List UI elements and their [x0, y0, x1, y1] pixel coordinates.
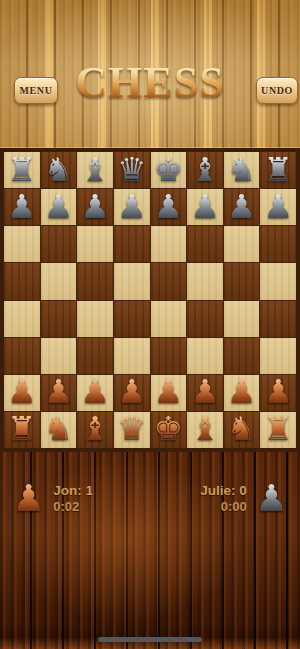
- square-h2[interactable]: ♟: [260, 375, 296, 411]
- square-d3[interactable]: [114, 338, 150, 374]
- piece-silver-pawn-e7: ♟: [154, 190, 184, 223]
- square-b1[interactable]: ♞: [41, 412, 77, 448]
- footer-wood-panel: ♟ Jon: 1 0:02 ♟ Julie: 0 0:00: [0, 452, 300, 649]
- square-d7[interactable]: ♟: [114, 189, 150, 225]
- square-b3[interactable]: [41, 338, 77, 374]
- piece-silver-pawn-g7: ♟: [227, 190, 257, 223]
- menu-button[interactable]: MENU: [14, 77, 58, 104]
- square-h4[interactable]: [260, 301, 296, 337]
- piece-copper-pawn-e2: ♟: [154, 375, 184, 408]
- square-d6[interactable]: [114, 226, 150, 262]
- square-d1[interactable]: ♛: [114, 412, 150, 448]
- piece-copper-pawn-b2: ♟: [44, 375, 74, 408]
- square-e4[interactable]: [151, 301, 187, 337]
- piece-silver-pawn-d7: ♟: [117, 190, 147, 223]
- silver-pawn-icon: ♟: [255, 480, 288, 517]
- square-b8[interactable]: ♞: [41, 152, 77, 188]
- square-a1[interactable]: ♜: [4, 412, 40, 448]
- chess-board-frame: ♜♞♝♛♚♝♞♜♟♟♟♟♟♟♟♟♟♟♟♟♟♟♟♟♜♞♝♛♚♝♞♜: [0, 148, 300, 452]
- square-g6[interactable]: [224, 226, 260, 262]
- square-c1[interactable]: ♝: [77, 412, 113, 448]
- square-b4[interactable]: [41, 301, 77, 337]
- piece-copper-bishop-f1: ♝: [190, 412, 220, 445]
- square-g5[interactable]: [224, 263, 260, 299]
- square-e2[interactable]: ♟: [151, 375, 187, 411]
- square-d4[interactable]: [114, 301, 150, 337]
- square-f2[interactable]: ♟: [187, 375, 223, 411]
- square-h5[interactable]: [260, 263, 296, 299]
- piece-copper-pawn-h2: ♟: [263, 375, 293, 408]
- piece-copper-bishop-c1: ♝: [80, 412, 110, 445]
- player-right-clock: 0:00: [221, 499, 247, 515]
- square-h8[interactable]: ♜: [260, 152, 296, 188]
- square-b7[interactable]: ♟: [41, 189, 77, 225]
- piece-copper-knight-b1: ♞: [44, 412, 74, 445]
- square-h3[interactable]: [260, 338, 296, 374]
- square-e7[interactable]: ♟: [151, 189, 187, 225]
- piece-silver-knight-g8: ♞: [227, 153, 257, 186]
- chess-board: ♜♞♝♛♚♝♞♜♟♟♟♟♟♟♟♟♟♟♟♟♟♟♟♟♜♞♝♛♚♝♞♜: [4, 152, 296, 448]
- square-c7[interactable]: ♟: [77, 189, 113, 225]
- piece-silver-knight-b8: ♞: [44, 153, 74, 186]
- square-g2[interactable]: ♟: [224, 375, 260, 411]
- player-left-clock: 0:02: [53, 499, 93, 515]
- piece-silver-pawn-c7: ♟: [80, 190, 110, 223]
- square-g3[interactable]: [224, 338, 260, 374]
- piece-silver-king-e8: ♚: [154, 153, 184, 186]
- square-c4[interactable]: [77, 301, 113, 337]
- piece-silver-pawn-a7: ♟: [7, 190, 37, 223]
- player-left-texts: Jon: 1 0:02: [53, 483, 93, 515]
- square-g1[interactable]: ♞: [224, 412, 260, 448]
- square-f5[interactable]: [187, 263, 223, 299]
- square-c8[interactable]: ♝: [77, 152, 113, 188]
- piece-copper-knight-g1: ♞: [227, 412, 257, 445]
- piece-copper-queen-d1: ♛: [117, 412, 147, 445]
- home-indicator[interactable]: [98, 637, 202, 642]
- square-c2[interactable]: ♟: [77, 375, 113, 411]
- square-d2[interactable]: ♟: [114, 375, 150, 411]
- square-f8[interactable]: ♝: [187, 152, 223, 188]
- square-h1[interactable]: ♜: [260, 412, 296, 448]
- square-a8[interactable]: ♜: [4, 152, 40, 188]
- player-right-info: ♟ Julie: 0 0:00: [192, 480, 288, 517]
- piece-copper-pawn-a2: ♟: [7, 375, 37, 408]
- header-wood-panel: CHESS MENU UNDO: [0, 0, 300, 148]
- piece-silver-pawn-f7: ♟: [190, 190, 220, 223]
- player-right-texts: Julie: 0 0:00: [200, 483, 247, 515]
- player-right-name-score: Julie: 0: [200, 483, 247, 499]
- piece-copper-pawn-g2: ♟: [227, 375, 257, 408]
- piece-copper-rook-h1: ♜: [263, 412, 293, 445]
- piece-copper-king-e1: ♚: [154, 412, 184, 445]
- square-e3[interactable]: [151, 338, 187, 374]
- piece-silver-rook-h8: ♜: [263, 153, 293, 186]
- square-f7[interactable]: ♟: [187, 189, 223, 225]
- square-b2[interactable]: ♟: [41, 375, 77, 411]
- square-g4[interactable]: [224, 301, 260, 337]
- square-b5[interactable]: [41, 263, 77, 299]
- square-e8[interactable]: ♚: [151, 152, 187, 188]
- square-a3[interactable]: [4, 338, 40, 374]
- square-c3[interactable]: [77, 338, 113, 374]
- piece-silver-queen-d8: ♛: [117, 153, 147, 186]
- piece-copper-pawn-d2: ♟: [117, 375, 147, 408]
- square-c6[interactable]: [77, 226, 113, 262]
- chess-app-screen: CHESS MENU UNDO ♜♞♝♛♚♝♞♜♟♟♟♟♟♟♟♟♟♟♟♟♟♟♟♟…: [0, 0, 300, 649]
- square-f4[interactable]: [187, 301, 223, 337]
- square-h6[interactable]: [260, 226, 296, 262]
- square-a7[interactable]: ♟: [4, 189, 40, 225]
- square-d8[interactable]: ♛: [114, 152, 150, 188]
- piece-copper-rook-a1: ♜: [7, 412, 37, 445]
- player-left-name-score: Jon: 1: [53, 483, 93, 499]
- square-a2[interactable]: ♟: [4, 375, 40, 411]
- piece-silver-pawn-b7: ♟: [44, 190, 74, 223]
- piece-copper-pawn-c2: ♟: [80, 375, 110, 408]
- piece-silver-rook-a8: ♜: [7, 153, 37, 186]
- square-h7[interactable]: ♟: [260, 189, 296, 225]
- piece-silver-bishop-c8: ♝: [80, 153, 110, 186]
- square-e6[interactable]: [151, 226, 187, 262]
- square-g7[interactable]: ♟: [224, 189, 260, 225]
- square-e1[interactable]: ♚: [151, 412, 187, 448]
- square-b6[interactable]: [41, 226, 77, 262]
- square-a4[interactable]: [4, 301, 40, 337]
- square-g8[interactable]: ♞: [224, 152, 260, 188]
- copper-pawn-icon: ♟: [12, 480, 45, 517]
- piece-silver-bishop-f8: ♝: [190, 153, 220, 186]
- square-d5[interactable]: [114, 263, 150, 299]
- square-c5[interactable]: [77, 263, 113, 299]
- piece-silver-pawn-h7: ♟: [263, 190, 293, 223]
- square-e5[interactable]: [151, 263, 187, 299]
- undo-button[interactable]: UNDO: [256, 77, 298, 104]
- square-f3[interactable]: [187, 338, 223, 374]
- square-f6[interactable]: [187, 226, 223, 262]
- square-a5[interactable]: [4, 263, 40, 299]
- player-left-info: ♟ Jon: 1 0:02: [12, 480, 101, 517]
- square-a6[interactable]: [4, 226, 40, 262]
- piece-copper-pawn-f2: ♟: [190, 375, 220, 408]
- square-f1[interactable]: ♝: [187, 412, 223, 448]
